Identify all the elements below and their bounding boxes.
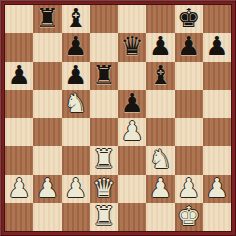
square-g1[interactable]: ♚ [175, 203, 203, 231]
square-f8[interactable] [146, 5, 174, 33]
square-c6[interactable]: ♟ [62, 62, 90, 90]
square-f3[interactable]: ♞ [146, 146, 174, 174]
square-e8[interactable] [118, 5, 146, 33]
square-b4[interactable] [33, 118, 61, 146]
square-a2[interactable]: ♟ [5, 175, 33, 203]
square-c1[interactable] [62, 203, 90, 231]
square-d4[interactable] [90, 118, 118, 146]
square-c7[interactable]: ♟ [62, 33, 90, 61]
square-f2[interactable]: ♟ [146, 175, 174, 203]
piece-white-rook[interactable]: ♜ [92, 146, 115, 172]
square-d3[interactable]: ♜ [90, 146, 118, 174]
square-c8[interactable]: ♝ [62, 5, 90, 33]
square-e2[interactable] [118, 175, 146, 203]
square-c3[interactable] [62, 146, 90, 174]
chess-board-frame: ♜♝♚♟♛♟♟♟♟♟♜♝♞♟♟♜♞♟♟♟♛♟♟♟♜♚ [0, 0, 236, 236]
square-c2[interactable]: ♟ [62, 175, 90, 203]
square-d6[interactable]: ♜ [90, 62, 118, 90]
piece-black-pawn[interactable]: ♟ [205, 33, 228, 59]
square-e7[interactable]: ♛ [118, 33, 146, 61]
square-g6[interactable] [175, 62, 203, 90]
chess-board: ♜♝♚♟♛♟♟♟♟♟♜♝♞♟♟♜♞♟♟♟♛♟♟♟♜♚ [5, 5, 231, 231]
piece-black-bishop[interactable]: ♝ [149, 62, 172, 88]
piece-black-pawn[interactable]: ♟ [177, 33, 200, 59]
square-h5[interactable] [203, 90, 231, 118]
piece-white-knight[interactable]: ♞ [149, 146, 172, 172]
square-a7[interactable] [5, 33, 33, 61]
piece-black-pawn[interactable]: ♟ [64, 33, 87, 59]
piece-black-rook[interactable]: ♜ [92, 62, 115, 88]
square-c4[interactable] [62, 118, 90, 146]
square-g8[interactable]: ♚ [175, 5, 203, 33]
square-b7[interactable] [33, 33, 61, 61]
square-h7[interactable]: ♟ [203, 33, 231, 61]
piece-white-king[interactable]: ♚ [177, 203, 200, 229]
square-b3[interactable] [33, 146, 61, 174]
square-g3[interactable] [175, 146, 203, 174]
piece-white-pawn[interactable]: ♟ [177, 175, 200, 201]
piece-black-queen[interactable]: ♛ [120, 33, 143, 59]
square-a6[interactable]: ♟ [5, 62, 33, 90]
piece-white-rook[interactable]: ♜ [92, 203, 115, 229]
square-a3[interactable] [5, 146, 33, 174]
square-a4[interactable] [5, 118, 33, 146]
piece-black-pawn[interactable]: ♟ [7, 62, 30, 88]
square-g5[interactable] [175, 90, 203, 118]
square-h4[interactable] [203, 118, 231, 146]
piece-white-queen[interactable]: ♛ [92, 175, 115, 201]
piece-black-pawn[interactable]: ♟ [120, 90, 143, 116]
square-b1[interactable] [33, 203, 61, 231]
piece-white-pawn[interactable]: ♟ [36, 175, 59, 201]
square-g4[interactable] [175, 118, 203, 146]
square-e6[interactable] [118, 62, 146, 90]
square-f5[interactable] [146, 90, 174, 118]
square-a5[interactable] [5, 90, 33, 118]
piece-black-pawn[interactable]: ♟ [149, 33, 172, 59]
square-d5[interactable] [90, 90, 118, 118]
square-g7[interactable]: ♟ [175, 33, 203, 61]
square-d7[interactable] [90, 33, 118, 61]
square-e4[interactable]: ♟ [118, 118, 146, 146]
square-h2[interactable]: ♟ [203, 175, 231, 203]
square-e1[interactable] [118, 203, 146, 231]
square-c5[interactable]: ♞ [62, 90, 90, 118]
square-b2[interactable]: ♟ [33, 175, 61, 203]
square-f4[interactable] [146, 118, 174, 146]
square-b6[interactable] [33, 62, 61, 90]
square-h8[interactable] [203, 5, 231, 33]
square-f1[interactable] [146, 203, 174, 231]
piece-white-pawn[interactable]: ♟ [64, 175, 87, 201]
square-d2[interactable]: ♛ [90, 175, 118, 203]
square-f7[interactable]: ♟ [146, 33, 174, 61]
piece-white-pawn[interactable]: ♟ [120, 118, 143, 144]
square-g2[interactable]: ♟ [175, 175, 203, 203]
piece-black-bishop[interactable]: ♝ [64, 5, 87, 31]
piece-white-pawn[interactable]: ♟ [149, 175, 172, 201]
square-a1[interactable] [5, 203, 33, 231]
piece-white-knight[interactable]: ♞ [64, 90, 87, 116]
square-h6[interactable] [203, 62, 231, 90]
piece-black-pawn[interactable]: ♟ [64, 62, 87, 88]
square-f6[interactable]: ♝ [146, 62, 174, 90]
square-e3[interactable] [118, 146, 146, 174]
piece-white-pawn[interactable]: ♟ [205, 175, 228, 201]
square-d1[interactable]: ♜ [90, 203, 118, 231]
square-a8[interactable] [5, 5, 33, 33]
square-h1[interactable] [203, 203, 231, 231]
square-e5[interactable]: ♟ [118, 90, 146, 118]
piece-black-rook[interactable]: ♜ [36, 5, 59, 31]
piece-white-pawn[interactable]: ♟ [7, 175, 30, 201]
square-b8[interactable]: ♜ [33, 5, 61, 33]
square-b5[interactable] [33, 90, 61, 118]
square-d8[interactable] [90, 5, 118, 33]
square-h3[interactable] [203, 146, 231, 174]
piece-black-king[interactable]: ♚ [177, 5, 200, 31]
